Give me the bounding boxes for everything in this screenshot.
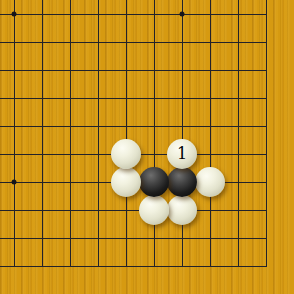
grid-line-vertical [126,0,127,267]
stone-white-Q5: 1 [167,139,197,169]
grid-line-horizontal [0,14,267,15]
grid-line-vertical [238,0,239,267]
grid-line-horizontal [0,238,267,239]
move-number-label: 1 [177,146,187,162]
stone-white-P3 [139,195,169,225]
grid-line-vertical [266,0,267,267]
grid-line-vertical [98,0,99,267]
stone-black-P4 [139,167,169,197]
grid-line-vertical [210,0,211,267]
grid-line-vertical [182,0,183,267]
grid-line-horizontal [0,42,267,43]
grid-line-horizontal [0,126,267,127]
stone-white-O5 [111,139,141,169]
stone-white-Q3 [167,195,197,225]
stone-black-Q4 [167,167,197,197]
go-board-screenshot: 1 [0,0,294,294]
grid-line-vertical [70,0,71,267]
grid-line-horizontal [0,210,267,211]
grid-line-horizontal [0,98,267,99]
grid-line-vertical [42,0,43,267]
grid-line-vertical [154,0,155,267]
star-point-K4 [12,180,17,185]
stone-white-R4 [195,167,225,197]
grid-line-vertical [14,0,15,267]
star-point-Q10 [180,12,185,17]
grid-line-horizontal [0,70,267,71]
go-board[interactable]: 1 [0,0,294,294]
star-point-K10 [12,12,17,17]
grid-line-horizontal [0,266,267,267]
stone-white-O4 [111,167,141,197]
